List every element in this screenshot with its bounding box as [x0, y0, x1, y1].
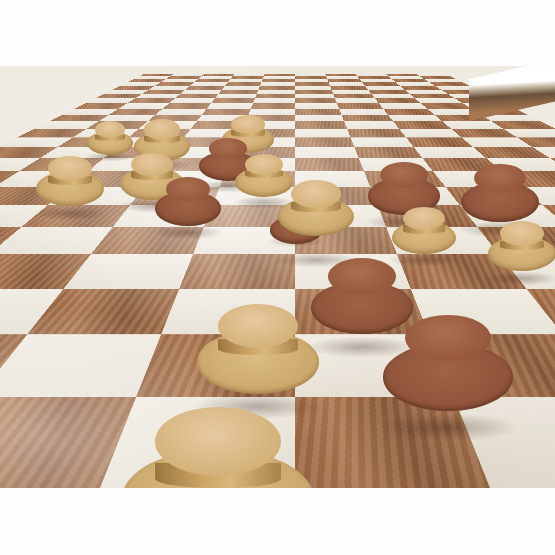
checkers-photo [0, 0, 555, 555]
piece-hub-top [144, 119, 181, 139]
piece-hub-top [291, 180, 341, 207]
board-photo-area [0, 66, 555, 488]
checker-piece-dark [155, 170, 221, 235]
white-background-bottom [0, 488, 555, 555]
piece-hub-top [231, 115, 265, 134]
checker-piece-light [36, 149, 104, 216]
checker-piece-light [488, 214, 555, 281]
white-background-top [0, 0, 555, 66]
piece-hub-top [500, 221, 545, 245]
piece-hub-top [218, 304, 299, 348]
piece-hub-top [405, 315, 491, 362]
checker-piece-light [122, 388, 314, 488]
piece-hub-top [380, 162, 428, 188]
piece-hub-top [48, 156, 93, 180]
piece-hub-top [328, 258, 395, 295]
checker-piece-dark [383, 302, 513, 433]
pieces-layer [0, 66, 555, 488]
piece-hub-top [155, 407, 282, 476]
piece-hub-top [403, 207, 445, 230]
piece-hub-top [95, 121, 125, 138]
piece-hub-top [166, 177, 210, 201]
